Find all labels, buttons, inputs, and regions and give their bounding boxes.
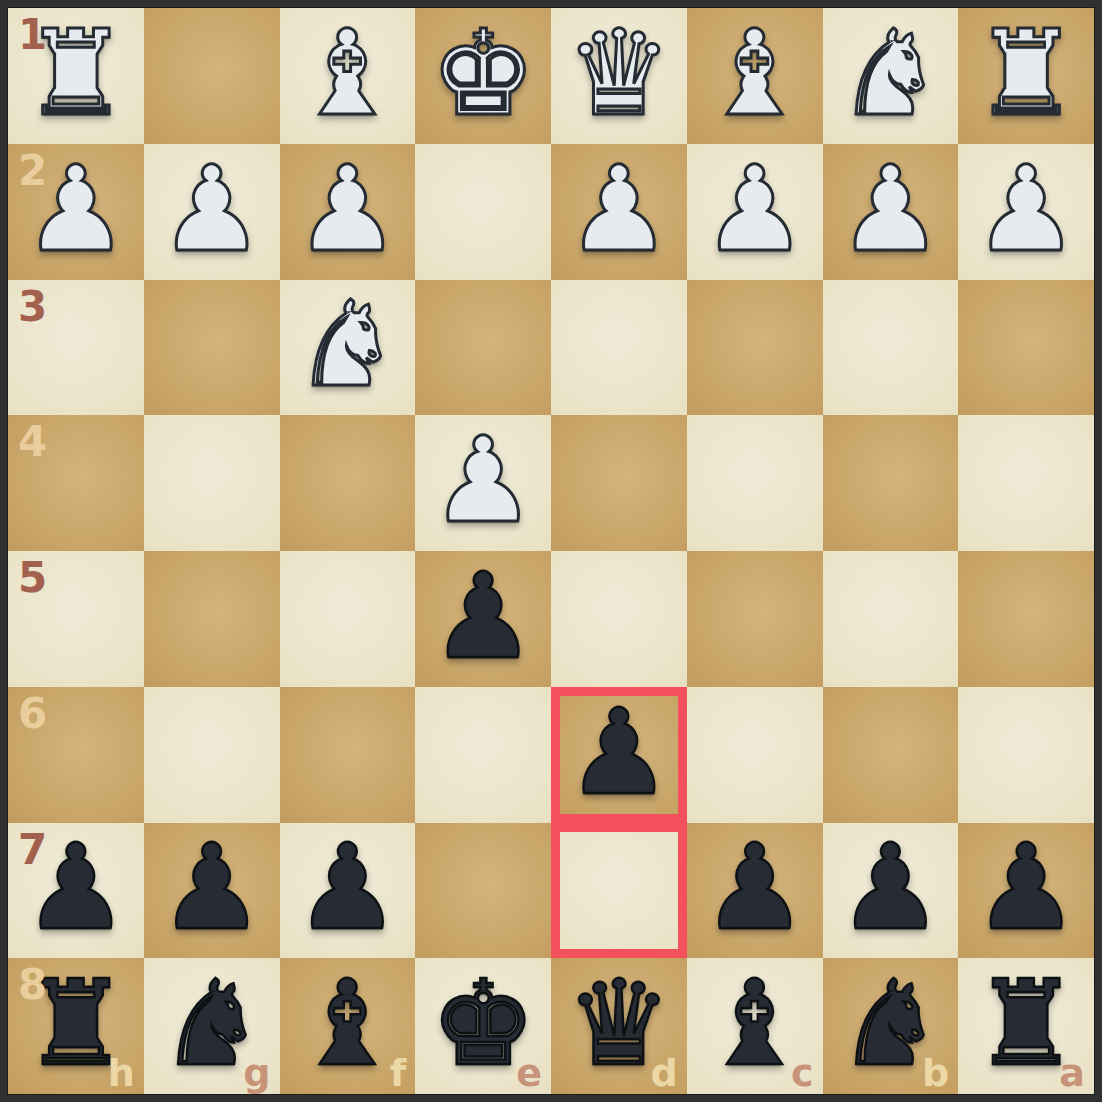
square-f6[interactable]: [280, 687, 416, 823]
square-g2[interactable]: ♟: [144, 144, 280, 280]
square-g1[interactable]: [144, 8, 280, 144]
square-c6[interactable]: [687, 687, 823, 823]
black-pawn-f7[interactable]: ♟: [294, 828, 400, 946]
chess-board: ♜1♝♚♛♝♞♜♟2♟♟♟♟♟♟3♞4♟5♟6♟♟7♟♟♟♟♟♜8h♞g♝f♚e…: [8, 8, 1094, 1094]
square-c3[interactable]: [687, 280, 823, 416]
white-rook-a1[interactable]: ♜: [973, 14, 1079, 132]
white-pawn-e4[interactable]: ♟: [430, 421, 536, 539]
square-b5[interactable]: [823, 551, 959, 687]
black-rook-a8[interactable]: ♜: [973, 964, 1079, 1082]
black-pawn-a7[interactable]: ♟: [973, 828, 1079, 946]
black-rook-h8[interactable]: ♜: [23, 964, 129, 1082]
square-a6[interactable]: [958, 687, 1094, 823]
white-bishop-c1[interactable]: ♝: [702, 14, 808, 132]
square-a2[interactable]: ♟: [958, 144, 1094, 280]
square-d7[interactable]: [551, 823, 687, 959]
rank-label-4: 4: [18, 421, 47, 463]
rank-label-5: 5: [18, 557, 47, 599]
square-d2[interactable]: ♟: [551, 144, 687, 280]
square-e6[interactable]: [415, 687, 551, 823]
square-h4[interactable]: 4: [8, 415, 144, 551]
square-f2[interactable]: ♟: [280, 144, 416, 280]
square-b6[interactable]: [823, 687, 959, 823]
square-a4[interactable]: [958, 415, 1094, 551]
square-f7[interactable]: ♟: [280, 823, 416, 959]
black-queen-d8[interactable]: ♛: [566, 964, 672, 1082]
square-d3[interactable]: [551, 280, 687, 416]
square-g7[interactable]: ♟: [144, 823, 280, 959]
square-c2[interactable]: ♟: [687, 144, 823, 280]
square-h1[interactable]: ♜1: [8, 8, 144, 144]
square-b4[interactable]: [823, 415, 959, 551]
white-pawn-f2[interactable]: ♟: [294, 150, 400, 268]
square-g4[interactable]: [144, 415, 280, 551]
square-b3[interactable]: [823, 280, 959, 416]
rank-label-3: 3: [18, 286, 47, 328]
rank-label-6: 6: [18, 693, 47, 735]
square-f8[interactable]: ♝f: [280, 958, 416, 1094]
black-king-e8[interactable]: ♚: [430, 964, 536, 1082]
square-a5[interactable]: [958, 551, 1094, 687]
square-e2[interactable]: [415, 144, 551, 280]
square-g5[interactable]: [144, 551, 280, 687]
black-bishop-f8[interactable]: ♝: [294, 964, 400, 1082]
square-c5[interactable]: [687, 551, 823, 687]
square-a1[interactable]: ♜: [958, 8, 1094, 144]
square-d4[interactable]: [551, 415, 687, 551]
white-king-e1[interactable]: ♚: [430, 14, 536, 132]
white-pawn-c2[interactable]: ♟: [702, 150, 808, 268]
square-e8[interactable]: ♚e: [415, 958, 551, 1094]
square-d1[interactable]: ♛: [551, 8, 687, 144]
white-rook-h1[interactable]: ♜: [23, 14, 129, 132]
square-f3[interactable]: ♞: [280, 280, 416, 416]
black-pawn-e5[interactable]: ♟: [430, 557, 536, 675]
white-pawn-g2[interactable]: ♟: [159, 150, 265, 268]
square-f5[interactable]: [280, 551, 416, 687]
square-h5[interactable]: 5: [8, 551, 144, 687]
square-d6[interactable]: ♟: [551, 687, 687, 823]
square-h8[interactable]: ♜8h: [8, 958, 144, 1094]
square-h6[interactable]: 6: [8, 687, 144, 823]
square-e7[interactable]: [415, 823, 551, 959]
chess-app-window: ♜1♝♚♛♝♞♜♟2♟♟♟♟♟♟3♞4♟5♟6♟♟7♟♟♟♟♟♜8h♞g♝f♚e…: [0, 0, 1102, 1102]
square-a8[interactable]: ♜a: [958, 958, 1094, 1094]
square-c8[interactable]: ♝c: [687, 958, 823, 1094]
black-knight-g8[interactable]: ♞: [159, 964, 265, 1082]
square-f4[interactable]: [280, 415, 416, 551]
black-bishop-c8[interactable]: ♝: [702, 964, 808, 1082]
white-queen-d1[interactable]: ♛: [566, 14, 672, 132]
white-pawn-a2[interactable]: ♟: [973, 150, 1079, 268]
square-b1[interactable]: ♞: [823, 8, 959, 144]
square-g8[interactable]: ♞g: [144, 958, 280, 1094]
black-pawn-d6[interactable]: ♟: [566, 693, 672, 811]
white-pawn-b2[interactable]: ♟: [837, 150, 943, 268]
square-b8[interactable]: ♞b: [823, 958, 959, 1094]
white-bishop-f1[interactable]: ♝: [294, 14, 400, 132]
square-e3[interactable]: [415, 280, 551, 416]
square-b7[interactable]: ♟: [823, 823, 959, 959]
white-knight-f3[interactable]: ♞: [294, 285, 400, 403]
white-pawn-d2[interactable]: ♟: [566, 150, 672, 268]
square-b2[interactable]: ♟: [823, 144, 959, 280]
square-a3[interactable]: [958, 280, 1094, 416]
square-f1[interactable]: ♝: [280, 8, 416, 144]
square-g3[interactable]: [144, 280, 280, 416]
black-pawn-g7[interactable]: ♟: [159, 828, 265, 946]
square-c1[interactable]: ♝: [687, 8, 823, 144]
square-c4[interactable]: [687, 415, 823, 551]
white-knight-b1[interactable]: ♞: [837, 14, 943, 132]
square-g6[interactable]: [144, 687, 280, 823]
black-pawn-c7[interactable]: ♟: [702, 828, 808, 946]
square-h2[interactable]: ♟2: [8, 144, 144, 280]
black-pawn-b7[interactable]: ♟: [837, 828, 943, 946]
square-e1[interactable]: ♚: [415, 8, 551, 144]
square-c7[interactable]: ♟: [687, 823, 823, 959]
square-d8[interactable]: ♛d: [551, 958, 687, 1094]
white-pawn-h2[interactable]: ♟: [23, 150, 129, 268]
square-a7[interactable]: ♟: [958, 823, 1094, 959]
square-e5[interactable]: ♟: [415, 551, 551, 687]
square-d5[interactable]: [551, 551, 687, 687]
black-pawn-h7[interactable]: ♟: [23, 828, 129, 946]
square-h3[interactable]: 3: [8, 280, 144, 416]
square-e4[interactable]: ♟: [415, 415, 551, 551]
square-h7[interactable]: ♟7: [8, 823, 144, 959]
black-knight-b8[interactable]: ♞: [837, 964, 943, 1082]
